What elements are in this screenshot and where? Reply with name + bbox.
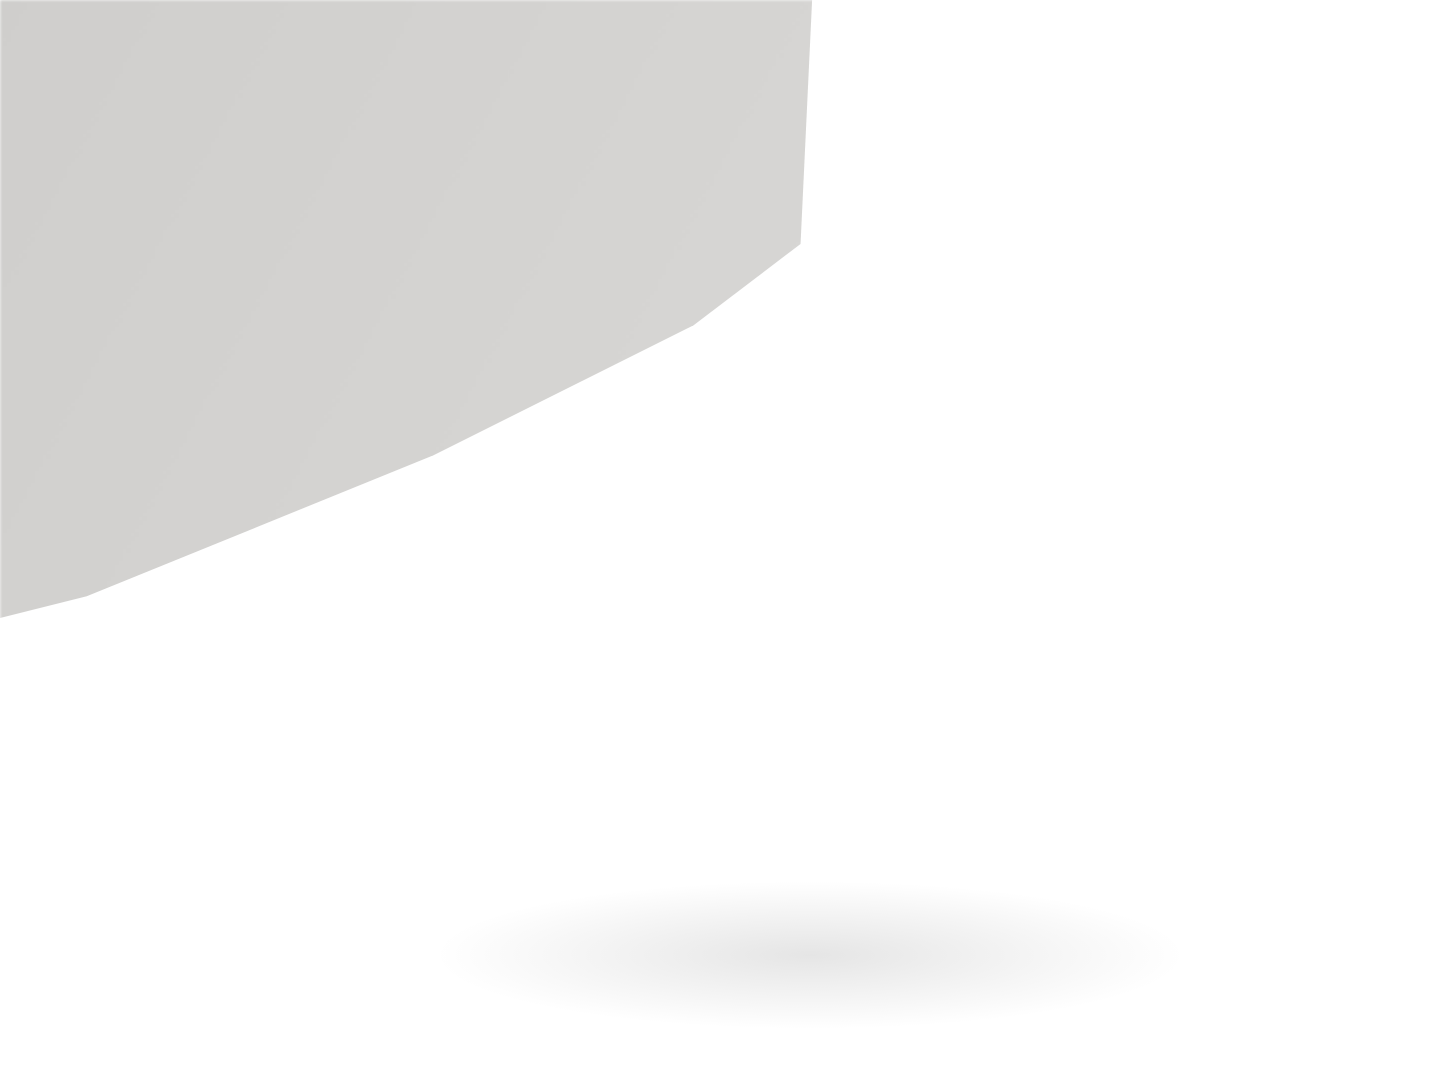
chessboard bbox=[0, 0, 1445, 1084]
photo-stage bbox=[0, 0, 1445, 1084]
